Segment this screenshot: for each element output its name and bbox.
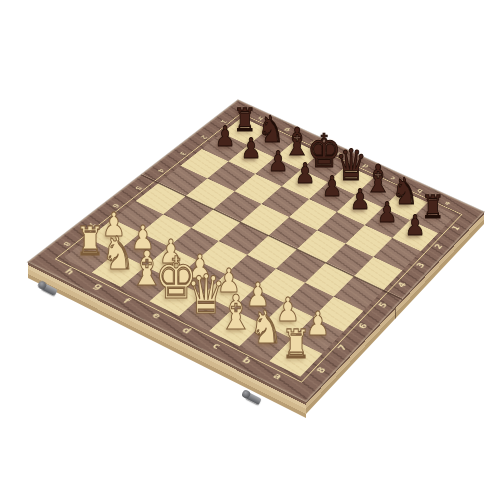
file-label: a bbox=[271, 371, 285, 382]
rank-label-far: 4 bbox=[156, 167, 166, 173]
rank-label: 1 bbox=[450, 224, 463, 232]
file-label: c bbox=[210, 341, 223, 351]
rank-label: 8 bbox=[314, 365, 329, 375]
file-label: e bbox=[150, 311, 164, 321]
file-label-far: a bbox=[443, 200, 452, 206]
file-label-far: d bbox=[361, 163, 370, 169]
file-label-far: h bbox=[256, 115, 265, 121]
file-label-far: b bbox=[415, 187, 424, 193]
rank-label-far: 3 bbox=[177, 150, 187, 156]
rank-label: 7 bbox=[335, 343, 349, 352]
file-label-far: c bbox=[389, 175, 397, 181]
rank-label-far: 5 bbox=[133, 185, 144, 191]
rank-label: 6 bbox=[356, 321, 370, 330]
chess-board: 87654321hhggffeeddccbbaa87654321 bbox=[28, 100, 484, 402]
rank-label: 4 bbox=[395, 281, 409, 290]
file-label: g bbox=[91, 281, 105, 291]
rank-label-far: 7 bbox=[86, 221, 97, 228]
file-label-far: g bbox=[282, 127, 291, 133]
file-label: b bbox=[240, 356, 254, 367]
rank-label-far: 6 bbox=[110, 203, 121, 209]
rank-label-far: 8 bbox=[61, 240, 72, 247]
file-label: h bbox=[62, 267, 76, 277]
board-grid: 87654321hhggffeeddccbbaa87654321 bbox=[28, 100, 484, 402]
rank-label: 5 bbox=[376, 301, 390, 310]
rank-label: 3 bbox=[414, 261, 427, 269]
file-label: d bbox=[179, 325, 193, 335]
file-label-far: f bbox=[309, 139, 316, 144]
rank-label-far: 2 bbox=[198, 134, 208, 140]
rank-label-far: 1 bbox=[219, 118, 229, 124]
file-label-far: e bbox=[335, 151, 344, 157]
file-label: f bbox=[121, 296, 133, 305]
chess-set-product-photo: 87654321hhggffeeddccbbaa87654321 ♜♞♝♛♚♝♞… bbox=[0, 0, 500, 500]
rank-label: 2 bbox=[432, 242, 445, 250]
